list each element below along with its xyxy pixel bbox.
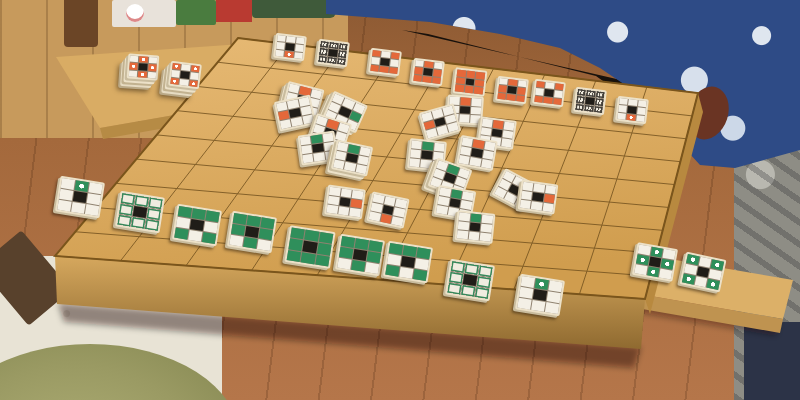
tile-face [273,33,307,62]
piece-king-orange[interactable] [453,67,488,97]
piece-gold-general-orange[interactable] [495,76,529,105]
tile-face [515,274,565,317]
tile-face [615,96,649,125]
piece-lance-green[interactable] [515,274,565,317]
piece-lance-orange[interactable] [273,33,307,62]
tile-face [227,211,277,254]
piece-bishop-orange[interactable] [168,61,202,90]
tile-face [453,67,488,97]
tile-face [324,185,366,220]
piece-bishop-green[interactable] [680,252,727,293]
tile-face [127,53,160,80]
piece-lance-orange[interactable] [615,96,649,125]
piece-silver-general-orange[interactable] [368,48,402,77]
piece-knight-green[interactable] [445,259,495,302]
tile-face [419,103,462,141]
tile-face [168,61,202,90]
piece-king-green[interactable] [284,225,335,269]
tile-face [55,176,105,219]
tile-face [632,242,678,282]
tile-face [495,76,529,105]
piece-pawn-green[interactable] [455,210,496,244]
tile-face [518,180,559,215]
piece-gold-general-orange[interactable] [411,58,445,87]
tile-face [284,225,335,269]
tile-face [366,191,409,228]
piece-rook-orange[interactable] [127,53,160,80]
tile-face [573,87,607,116]
tile-face [331,139,373,176]
piece-knight-orange[interactable] [316,39,350,68]
piece-pawn-orange[interactable] [419,103,462,141]
piece-rook-green[interactable] [632,242,678,282]
piece-pawn-orange[interactable] [366,191,409,228]
piece-silver-general-green[interactable] [172,204,222,247]
tile-face [383,241,433,284]
tile-face [316,39,350,68]
tile-face [445,259,495,302]
piece-knight-orange[interactable] [573,87,607,116]
piece-silver-general-orange[interactable] [532,79,566,108]
tile-face [411,58,445,87]
piece-silver-general-green[interactable] [383,241,433,284]
piece-knight-green[interactable] [115,191,165,234]
piece-gold-general-green[interactable] [227,211,277,254]
tile-face [368,48,402,77]
tile-face [455,210,496,244]
piece-pawn-orange[interactable] [274,94,316,131]
tile-face [172,204,222,247]
pieces-layer [0,0,800,400]
piece-pawn-orange[interactable] [324,185,366,220]
tile-face [115,191,165,234]
photo-scene [0,0,800,400]
tile-face [335,234,385,277]
piece-pawn-orange[interactable] [518,180,559,215]
piece-lance-green[interactable] [55,176,105,219]
piece-pawn-green[interactable] [331,139,373,176]
tile-face [680,252,727,293]
tile-face [532,79,566,108]
tile-face [274,94,316,131]
piece-gold-general-green[interactable] [335,234,385,277]
